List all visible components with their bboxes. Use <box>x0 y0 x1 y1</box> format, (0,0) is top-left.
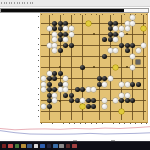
board-cell[interactable] <box>58 81 64 87</box>
black-stone <box>136 82 141 87</box>
board-cell[interactable] <box>135 59 141 65</box>
black-stone <box>97 76 102 81</box>
white-stone <box>52 43 57 48</box>
white-stone <box>119 32 124 37</box>
white-stone <box>125 21 130 26</box>
black-stone <box>125 43 130 48</box>
board-cell[interactable] <box>47 70 53 76</box>
black-stone <box>75 87 80 92</box>
app-icon-4[interactable] <box>21 144 26 149</box>
app-icon-9[interactable] <box>53 144 58 149</box>
white-stone <box>80 98 85 103</box>
black-stone <box>108 26 113 31</box>
board-cell[interactable] <box>124 81 130 87</box>
black-stone <box>47 98 52 103</box>
black-stone <box>58 82 63 87</box>
black-stone <box>125 48 130 53</box>
winrate-line-blue <box>0 131 150 135</box>
yellow-circle-marker <box>113 65 118 70</box>
board-cell[interactable] <box>47 92 53 98</box>
black-stone <box>69 93 74 98</box>
white-stone <box>41 82 46 87</box>
white-stone <box>130 21 135 26</box>
white-stone <box>125 26 130 31</box>
gray-square-marker <box>136 60 140 64</box>
white-stone <box>119 93 124 98</box>
white-stone <box>136 48 141 53</box>
white-stone <box>125 93 130 98</box>
white-stone <box>63 87 68 92</box>
board-cell[interactable] <box>141 114 147 120</box>
board-cell[interactable] <box>97 81 103 87</box>
black-stone <box>108 37 113 42</box>
black-stone <box>52 87 57 92</box>
black-stone <box>52 76 57 81</box>
white-stone <box>69 26 74 31</box>
board-cell[interactable] <box>119 81 125 87</box>
white-stone <box>91 87 96 92</box>
white-stone <box>52 98 57 103</box>
progress-bar-fill <box>1 9 124 12</box>
white-stone <box>52 93 57 98</box>
black-stone <box>86 98 91 103</box>
white-stone <box>47 43 52 48</box>
black-stone <box>63 43 68 48</box>
board-cell[interactable] <box>85 21 91 27</box>
white-stone <box>63 82 68 87</box>
go-board-grid <box>41 15 147 120</box>
app-icon-3[interactable] <box>15 144 20 149</box>
white-stone <box>113 48 118 53</box>
white-stone <box>52 32 57 37</box>
black-stone <box>58 48 63 53</box>
black-stone <box>108 32 113 37</box>
black-stone <box>125 98 130 103</box>
black-stone <box>80 87 85 92</box>
yellow-circle-marker <box>119 109 124 114</box>
black-stone <box>47 87 52 92</box>
board-cell[interactable] <box>85 103 91 109</box>
black-stone <box>63 93 68 98</box>
black-stone <box>52 71 57 76</box>
black-stone <box>119 43 124 48</box>
black-stone <box>113 32 118 37</box>
board-cell[interactable] <box>119 92 125 98</box>
white-stone <box>41 87 46 92</box>
app-icon-12[interactable] <box>72 144 77 149</box>
white-stone <box>47 71 52 76</box>
white-stone <box>113 26 118 31</box>
white-stone <box>119 26 124 31</box>
taskbar[interactable] <box>0 141 150 150</box>
white-stone <box>86 87 91 92</box>
board-cell[interactable] <box>124 92 130 98</box>
winrate-line-pink <box>0 127 150 130</box>
app-icon-7[interactable] <box>40 144 45 149</box>
black-stone <box>91 98 96 103</box>
black-stone <box>102 37 107 42</box>
black-stone <box>52 26 57 31</box>
board-cell[interactable] <box>124 21 130 27</box>
black-stone <box>130 43 135 48</box>
black-stone <box>97 82 102 87</box>
white-stone <box>52 37 57 42</box>
black-stone <box>58 21 63 26</box>
white-stone <box>41 104 46 109</box>
black-stone <box>75 98 80 103</box>
board-cell[interactable] <box>58 70 64 76</box>
black-stone <box>102 76 107 81</box>
black-stone <box>69 43 74 48</box>
board-cell[interactable] <box>47 103 53 109</box>
yellow-circle-marker <box>86 21 91 26</box>
black-stone <box>102 54 107 59</box>
white-stone <box>108 48 113 53</box>
white-stone <box>41 76 46 81</box>
white-stone <box>102 82 107 87</box>
black-stone <box>58 37 63 42</box>
app-icon-2[interactable] <box>8 144 13 149</box>
black-stone <box>58 71 63 76</box>
white-stone <box>113 37 118 42</box>
white-stone <box>125 82 130 87</box>
black-stone <box>47 93 52 98</box>
white-stone <box>113 98 118 103</box>
yellow-circle-marker <box>80 104 85 109</box>
app-icon-11[interactable] <box>66 144 71 149</box>
white-stone <box>141 43 146 48</box>
board-cell[interactable] <box>124 43 130 49</box>
winrate-graph[interactable] <box>0 124 150 140</box>
black-stone <box>58 32 63 37</box>
board-cell[interactable] <box>135 81 141 87</box>
app-window <box>0 0 150 150</box>
white-stone <box>63 37 68 42</box>
white-stone <box>130 54 135 59</box>
black-stone <box>47 82 52 87</box>
winrate-graph-svg <box>0 124 150 140</box>
window-titlebar[interactable] <box>0 0 150 7</box>
white-stone <box>108 76 113 81</box>
black-stone <box>108 21 113 26</box>
black-stone <box>113 21 118 26</box>
white-stone <box>63 26 68 31</box>
white-stone <box>130 65 135 70</box>
app-icon-6[interactable] <box>34 144 39 149</box>
black-stone <box>47 104 52 109</box>
white-stone <box>58 87 63 92</box>
white-stone <box>47 26 52 31</box>
black-stone <box>52 21 57 26</box>
board-cell[interactable] <box>47 81 53 87</box>
black-stone <box>130 98 135 103</box>
white-stone <box>119 82 124 87</box>
black-stone <box>58 26 63 31</box>
window-title <box>1 2 35 4</box>
black-stone <box>63 21 68 26</box>
board-cell[interactable] <box>108 21 114 27</box>
black-stone <box>86 104 91 109</box>
black-stone <box>63 32 68 37</box>
white-stone <box>102 98 107 103</box>
white-stone <box>52 48 57 53</box>
white-stone <box>63 76 68 81</box>
black-stone <box>119 98 124 103</box>
app-icon-5[interactable] <box>27 144 32 149</box>
app-icon-10[interactable] <box>59 144 64 149</box>
black-stone <box>130 82 135 87</box>
black-stone <box>69 98 74 103</box>
black-stone <box>47 76 52 81</box>
white-stone <box>69 32 74 37</box>
app-icon-1[interactable] <box>2 144 7 149</box>
white-stone <box>130 15 135 20</box>
white-stone <box>102 104 107 109</box>
app-icon-8[interactable] <box>47 144 52 149</box>
yellow-circle-marker <box>141 26 146 31</box>
black-stone <box>91 104 96 109</box>
black-stone <box>80 65 85 70</box>
board-coordinates-left <box>38 16 39 120</box>
go-board[interactable] <box>40 13 148 123</box>
